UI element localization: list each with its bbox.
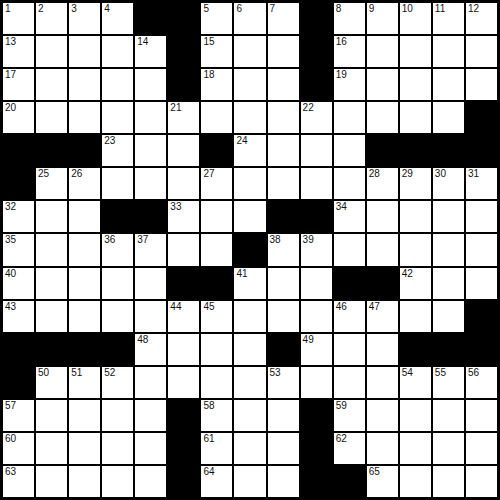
clue-number: 33 (170, 201, 181, 213)
crossword-cell[interactable]: 23 (102, 135, 133, 166)
crossword-cell[interactable] (69, 102, 100, 133)
crossword-cell[interactable]: 61 (201, 433, 232, 464)
crossword-cell[interactable] (36, 102, 67, 133)
crossword-cell[interactable]: 3 (69, 3, 100, 34)
clue-number: 58 (203, 400, 214, 412)
crossword-cell[interactable] (367, 69, 398, 100)
crossword-cell[interactable] (433, 433, 464, 464)
black-cell (301, 433, 332, 464)
black-cell (201, 268, 232, 299)
crossword-cell[interactable] (367, 201, 398, 232)
crossword-board: 1234567891011121314151617181920212223242… (0, 0, 500, 500)
clue-number: 18 (203, 69, 214, 81)
crossword-cell[interactable]: 57 (3, 400, 34, 431)
crossword-cell[interactable] (268, 102, 299, 133)
crossword-cell[interactable] (433, 466, 464, 497)
crossword-cell[interactable]: 65 (367, 466, 398, 497)
crossword-cell[interactable]: 18 (201, 69, 232, 100)
crossword-cell[interactable]: 38 (268, 234, 299, 265)
crossword-cell[interactable]: 35 (3, 234, 34, 265)
crossword-cell[interactable] (466, 201, 497, 232)
black-cell (367, 268, 398, 299)
crossword-cell[interactable] (334, 367, 365, 398)
clue-number: 15 (203, 36, 214, 48)
black-cell (168, 36, 199, 67)
clue-number: 28 (369, 168, 380, 180)
crossword-cell[interactable] (301, 268, 332, 299)
crossword-cell[interactable]: 9 (367, 3, 398, 34)
crossword-cell[interactable]: 46 (334, 301, 365, 332)
crossword-cell[interactable] (400, 234, 431, 265)
crossword-cell[interactable]: 49 (301, 334, 332, 365)
black-cell (36, 334, 67, 365)
crossword-cell[interactable] (69, 466, 100, 497)
crossword-cell[interactable] (400, 201, 431, 232)
black-cell (433, 334, 464, 365)
clue-number: 1 (5, 3, 11, 15)
crossword-cell[interactable]: 62 (334, 433, 365, 464)
black-cell (334, 466, 365, 497)
clue-number: 16 (336, 36, 347, 48)
clue-number: 40 (5, 268, 16, 280)
clue-number: 17 (5, 69, 16, 81)
crossword-cell[interactable] (334, 334, 365, 365)
crossword-cell[interactable] (301, 168, 332, 199)
crossword-cell[interactable]: 19 (334, 69, 365, 100)
crossword-cell[interactable] (466, 69, 497, 100)
black-cell (466, 135, 497, 166)
crossword-cell[interactable] (234, 334, 265, 365)
crossword-cell[interactable]: 5 (201, 3, 232, 34)
clue-number: 53 (270, 367, 281, 379)
crossword-cell[interactable] (466, 36, 497, 67)
crossword-cell[interactable] (367, 367, 398, 398)
clue-number: 41 (236, 268, 247, 280)
crossword-cell[interactable]: 51 (69, 367, 100, 398)
clue-number: 32 (5, 201, 16, 213)
crossword-cell[interactable]: 24 (234, 135, 265, 166)
clue-number: 38 (270, 234, 281, 246)
crossword-cell[interactable] (400, 466, 431, 497)
crossword-cell[interactable] (135, 69, 166, 100)
clue-number: 9 (369, 3, 375, 15)
crossword-cell[interactable] (334, 234, 365, 265)
crossword-cell[interactable] (367, 36, 398, 67)
crossword-cell[interactable] (102, 268, 133, 299)
black-cell (69, 135, 100, 166)
crossword-cell[interactable] (234, 301, 265, 332)
crossword-cell[interactable]: 30 (433, 168, 464, 199)
crossword-cell[interactable] (36, 400, 67, 431)
clue-number: 2 (38, 3, 44, 15)
crossword-cell[interactable] (201, 201, 232, 232)
black-cell (168, 400, 199, 431)
clue-number: 65 (369, 466, 380, 478)
crossword-cell[interactable] (168, 234, 199, 265)
black-cell (301, 69, 332, 100)
black-cell (301, 400, 332, 431)
crossword-cell[interactable]: 59 (334, 400, 365, 431)
crossword-cell[interactable] (234, 36, 265, 67)
crossword-cell[interactable] (135, 102, 166, 133)
crossword-cell[interactable]: 17 (3, 69, 34, 100)
crossword-cell[interactable] (234, 69, 265, 100)
black-cell (301, 3, 332, 34)
crossword-cell[interactable] (36, 201, 67, 232)
crossword-cell[interactable]: 1 (3, 3, 34, 34)
clue-number: 36 (104, 234, 115, 246)
crossword-cell[interactable] (367, 102, 398, 133)
crossword-cell[interactable] (234, 168, 265, 199)
crossword-cell[interactable] (400, 301, 431, 332)
clue-number: 52 (104, 367, 115, 379)
crossword-cell[interactable]: 56 (466, 367, 497, 398)
crossword-cell[interactable] (135, 168, 166, 199)
clue-number: 64 (203, 466, 214, 478)
crossword-cell[interactable] (466, 433, 497, 464)
crossword-cell[interactable] (433, 69, 464, 100)
crossword-cell[interactable] (168, 168, 199, 199)
crossword-cell[interactable] (367, 234, 398, 265)
crossword-cell[interactable]: 12 (466, 3, 497, 34)
crossword-cell[interactable] (168, 334, 199, 365)
clue-number: 19 (336, 69, 347, 81)
black-cell (36, 135, 67, 166)
crossword-cell[interactable]: 25 (36, 168, 67, 199)
crossword-cell[interactable]: 22 (301, 102, 332, 133)
black-cell (400, 135, 431, 166)
crossword-cell[interactable]: 6 (234, 3, 265, 34)
crossword-cell[interactable] (102, 102, 133, 133)
crossword-cell[interactable] (268, 135, 299, 166)
crossword-cell[interactable] (69, 433, 100, 464)
clue-number: 54 (402, 367, 413, 379)
clue-number: 27 (203, 168, 214, 180)
crossword-cell[interactable]: 28 (367, 168, 398, 199)
crossword-cell[interactable] (36, 433, 67, 464)
clue-number: 49 (303, 334, 314, 346)
crossword-cell[interactable]: 34 (334, 201, 365, 232)
crossword-cell[interactable] (234, 466, 265, 497)
crossword-cell[interactable] (400, 69, 431, 100)
clue-number: 25 (38, 168, 49, 180)
clue-number: 3 (71, 3, 77, 15)
crossword-cell[interactable] (334, 168, 365, 199)
clue-number: 60 (5, 433, 16, 445)
crossword-cell[interactable] (367, 400, 398, 431)
clue-number: 20 (5, 102, 16, 114)
crossword-cell[interactable] (433, 36, 464, 67)
crossword-cell[interactable] (135, 433, 166, 464)
clue-number: 8 (336, 3, 342, 15)
clue-number: 46 (336, 301, 347, 313)
clue-number: 24 (236, 135, 247, 147)
black-cell (301, 201, 332, 232)
crossword-cell[interactable] (400, 102, 431, 133)
crossword-cell[interactable]: 42 (400, 268, 431, 299)
crossword-cell[interactable] (234, 433, 265, 464)
crossword-cell[interactable] (234, 201, 265, 232)
crossword-cell[interactable] (36, 268, 67, 299)
crossword-cell[interactable]: 26 (69, 168, 100, 199)
clue-number: 22 (303, 102, 314, 114)
crossword-cell[interactable] (400, 400, 431, 431)
black-cell (135, 201, 166, 232)
crossword-cell[interactable] (69, 268, 100, 299)
black-cell (268, 201, 299, 232)
crossword-cell[interactable]: 29 (400, 168, 431, 199)
black-cell (400, 334, 431, 365)
crossword-cell[interactable]: 60 (3, 433, 34, 464)
black-cell (201, 135, 232, 166)
clue-number: 57 (5, 400, 16, 412)
clue-number: 44 (170, 301, 181, 313)
clue-number: 42 (402, 268, 413, 280)
crossword-cell[interactable]: 48 (135, 334, 166, 365)
crossword-cell[interactable]: 64 (201, 466, 232, 497)
clue-number: 55 (435, 367, 446, 379)
clue-number: 5 (203, 3, 209, 15)
crossword-cell[interactable] (301, 301, 332, 332)
crossword-cell[interactable]: 13 (3, 36, 34, 67)
clue-number: 61 (203, 433, 214, 445)
clue-number: 14 (137, 36, 148, 48)
crossword-cell[interactable] (268, 36, 299, 67)
black-cell (168, 433, 199, 464)
crossword-cell[interactable] (433, 234, 464, 265)
crossword-cell[interactable] (36, 36, 67, 67)
crossword-cell[interactable] (102, 168, 133, 199)
crossword-cell[interactable]: 11 (433, 3, 464, 34)
crossword-cell[interactable] (466, 234, 497, 265)
clue-number: 6 (236, 3, 242, 15)
crossword-cell[interactable]: 10 (400, 3, 431, 34)
clue-number: 21 (170, 102, 181, 114)
crossword-cell[interactable] (268, 268, 299, 299)
black-cell (367, 135, 398, 166)
crossword-cell[interactable]: 16 (334, 36, 365, 67)
crossword-cell[interactable] (268, 466, 299, 497)
clue-number: 59 (336, 400, 347, 412)
crossword-cell[interactable]: 43 (3, 301, 34, 332)
black-cell (168, 3, 199, 34)
crossword-cell[interactable]: 2 (36, 3, 67, 34)
black-cell (301, 36, 332, 67)
black-cell (102, 201, 133, 232)
crossword-cell[interactable] (102, 301, 133, 332)
crossword-cell[interactable] (201, 234, 232, 265)
black-cell (69, 334, 100, 365)
crossword-cell[interactable] (268, 69, 299, 100)
clue-number: 43 (5, 301, 16, 313)
black-cell (433, 135, 464, 166)
crossword-cell[interactable] (367, 433, 398, 464)
crossword-cell[interactable] (268, 168, 299, 199)
crossword-cell[interactable] (334, 102, 365, 133)
black-cell (3, 168, 34, 199)
crossword-cell[interactable] (466, 400, 497, 431)
crossword-cell[interactable] (201, 367, 232, 398)
crossword-cell[interactable] (135, 400, 166, 431)
clue-number: 51 (71, 367, 82, 379)
black-cell (234, 234, 265, 265)
crossword-cell[interactable]: 52 (102, 367, 133, 398)
clue-number: 50 (38, 367, 49, 379)
crossword-cell[interactable] (69, 201, 100, 232)
crossword-cell[interactable] (201, 102, 232, 133)
crossword-cell[interactable]: 45 (201, 301, 232, 332)
crossword-cell[interactable] (433, 400, 464, 431)
crossword-cell[interactable] (102, 466, 133, 497)
black-cell (102, 334, 133, 365)
crossword-cell[interactable] (201, 334, 232, 365)
clue-number: 26 (71, 168, 82, 180)
crossword-cell[interactable] (135, 301, 166, 332)
crossword-cell[interactable] (334, 135, 365, 166)
crossword-cell[interactable]: 33 (168, 201, 199, 232)
crossword-cell[interactable] (433, 301, 464, 332)
crossword-cell[interactable] (36, 69, 67, 100)
clue-number: 12 (468, 3, 479, 15)
crossword-cell[interactable]: 40 (3, 268, 34, 299)
crossword-cell[interactable] (36, 301, 67, 332)
crossword-cell[interactable] (433, 102, 464, 133)
crossword-cell[interactable] (268, 400, 299, 431)
crossword-cell[interactable] (234, 102, 265, 133)
crossword-cell[interactable] (466, 268, 497, 299)
crossword-cell[interactable]: 37 (135, 234, 166, 265)
clue-number: 23 (104, 135, 115, 147)
black-cell (3, 334, 34, 365)
clue-number: 10 (402, 3, 413, 15)
crossword-cell[interactable] (234, 400, 265, 431)
crossword-cell[interactable] (36, 466, 67, 497)
crossword-cell[interactable]: 15 (201, 36, 232, 67)
crossword-cell[interactable] (69, 234, 100, 265)
crossword-cell[interactable] (301, 135, 332, 166)
crossword-cell[interactable] (367, 334, 398, 365)
black-cell (268, 334, 299, 365)
clue-number: 30 (435, 168, 446, 180)
crossword-cell[interactable] (268, 433, 299, 464)
clue-number: 29 (402, 168, 413, 180)
clue-number: 34 (336, 201, 347, 213)
black-cell (168, 69, 199, 100)
crossword-cell[interactable] (69, 400, 100, 431)
crossword-cell[interactable] (135, 268, 166, 299)
crossword-cell[interactable] (69, 36, 100, 67)
crossword-cell[interactable]: 58 (201, 400, 232, 431)
clue-number: 62 (336, 433, 347, 445)
crossword-cell[interactable]: 20 (3, 102, 34, 133)
crossword-cell[interactable] (466, 466, 497, 497)
crossword-cell[interactable] (168, 135, 199, 166)
clue-number: 39 (303, 234, 314, 246)
crossword-cell[interactable]: 47 (367, 301, 398, 332)
crossword-cell[interactable]: 14 (135, 36, 166, 67)
black-cell (334, 268, 365, 299)
crossword-cell[interactable]: 44 (168, 301, 199, 332)
crossword-cell[interactable]: 41 (234, 268, 265, 299)
crossword-cell[interactable]: 55 (433, 367, 464, 398)
crossword-cell[interactable] (69, 69, 100, 100)
clue-number: 35 (5, 234, 16, 246)
crossword-cell[interactable] (268, 301, 299, 332)
black-cell (168, 268, 199, 299)
crossword-cell[interactable]: 32 (3, 201, 34, 232)
clue-number: 56 (468, 367, 479, 379)
crossword-cell[interactable]: 39 (301, 234, 332, 265)
crossword-cell[interactable]: 31 (466, 168, 497, 199)
crossword-cell[interactable]: 53 (268, 367, 299, 398)
crossword-cell[interactable]: 36 (102, 234, 133, 265)
clue-number: 45 (203, 301, 214, 313)
clue-number: 47 (369, 301, 380, 313)
clue-number: 37 (137, 234, 148, 246)
black-cell (466, 102, 497, 133)
crossword-cell[interactable]: 7 (268, 3, 299, 34)
crossword-cell[interactable] (102, 36, 133, 67)
black-cell (301, 466, 332, 497)
crossword-cell[interactable] (168, 367, 199, 398)
clue-number: 4 (104, 3, 110, 15)
crossword-cell[interactable] (102, 433, 133, 464)
black-cell (3, 135, 34, 166)
crossword-cell[interactable] (400, 433, 431, 464)
crossword-cell[interactable] (234, 367, 265, 398)
crossword-cell[interactable] (433, 268, 464, 299)
clue-number: 63 (5, 466, 16, 478)
crossword-cell[interactable]: 4 (102, 3, 133, 34)
crossword-cell[interactable] (36, 234, 67, 265)
crossword-cell[interactable] (135, 367, 166, 398)
crossword-cell[interactable] (102, 400, 133, 431)
crossword-cell[interactable]: 50 (36, 367, 67, 398)
clue-number: 11 (435, 3, 445, 15)
crossword-cell[interactable] (135, 466, 166, 497)
black-cell (466, 301, 497, 332)
crossword-cell[interactable]: 63 (3, 466, 34, 497)
crossword-cell[interactable] (301, 367, 332, 398)
clue-number: 48 (137, 334, 148, 346)
crossword-cell[interactable] (69, 301, 100, 332)
black-cell (3, 367, 34, 398)
crossword-cell[interactable] (135, 135, 166, 166)
crossword-cell[interactable]: 27 (201, 168, 232, 199)
crossword-cell[interactable] (102, 69, 133, 100)
black-cell (168, 466, 199, 497)
crossword-cell[interactable] (433, 201, 464, 232)
clue-number: 7 (270, 3, 276, 15)
crossword-cell[interactable]: 21 (168, 102, 199, 133)
crossword-cell[interactable] (400, 36, 431, 67)
clue-number: 13 (5, 36, 16, 48)
black-cell (466, 334, 497, 365)
crossword-cell[interactable]: 54 (400, 367, 431, 398)
clue-number: 31 (468, 168, 479, 180)
black-cell (135, 3, 166, 34)
crossword-cell[interactable]: 8 (334, 3, 365, 34)
